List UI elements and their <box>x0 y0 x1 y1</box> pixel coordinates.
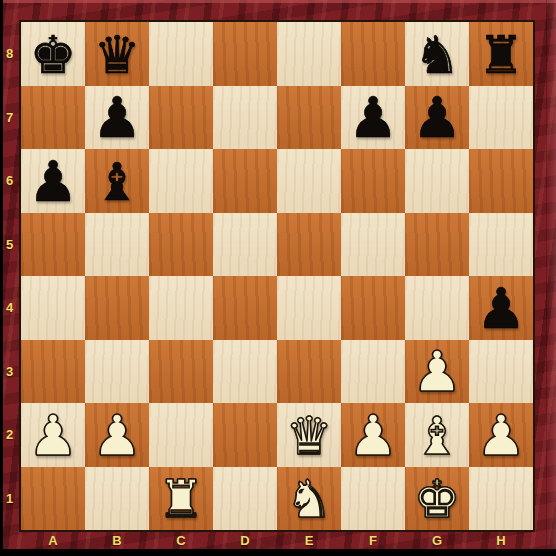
white-rook[interactable]: ♜ <box>158 473 205 525</box>
square-b7[interactable]: ♟ <box>85 86 149 150</box>
square-e5[interactable] <box>277 213 341 277</box>
square-b6[interactable]: ♝ <box>85 149 149 213</box>
file-label-d: D <box>240 533 249 548</box>
square-e1[interactable]: ♞ <box>277 467 341 531</box>
square-d8[interactable] <box>213 22 277 86</box>
square-f5[interactable] <box>341 213 405 277</box>
square-f4[interactable] <box>341 276 405 340</box>
square-f3[interactable] <box>341 340 405 404</box>
white-pawn[interactable]: ♟ <box>92 408 142 464</box>
square-g7[interactable]: ♟ <box>405 86 469 150</box>
square-f7[interactable]: ♟ <box>341 86 405 150</box>
square-g6[interactable] <box>405 149 469 213</box>
black-pawn[interactable]: ♟ <box>412 90 462 146</box>
square-h1[interactable] <box>469 467 533 531</box>
square-e4[interactable] <box>277 276 341 340</box>
square-h3[interactable] <box>469 340 533 404</box>
square-c2[interactable] <box>149 403 213 467</box>
white-king[interactable]: ♚ <box>414 473 461 525</box>
rank-label-1: 1 <box>6 491 13 506</box>
white-pawn[interactable]: ♟ <box>28 408 78 464</box>
square-d6[interactable] <box>213 149 277 213</box>
square-d4[interactable] <box>213 276 277 340</box>
rank-label-7: 7 <box>6 110 13 125</box>
square-h4[interactable]: ♟ <box>469 276 533 340</box>
black-knight[interactable]: ♞ <box>414 29 461 81</box>
file-label-a: A <box>48 533 57 548</box>
square-b2[interactable]: ♟ <box>85 403 149 467</box>
square-g8[interactable]: ♞ <box>405 22 469 86</box>
square-g3[interactable]: ♟ <box>405 340 469 404</box>
square-d1[interactable] <box>213 467 277 531</box>
black-pawn[interactable]: ♟ <box>28 154 78 210</box>
black-queen[interactable]: ♛ <box>94 29 141 81</box>
frame-bottom-edge <box>0 549 556 556</box>
square-e7[interactable] <box>277 86 341 150</box>
square-a5[interactable] <box>21 213 85 277</box>
black-king[interactable]: ♚ <box>30 29 77 81</box>
square-f2[interactable]: ♟ <box>341 403 405 467</box>
chess-board: ♚♛♞♜♟♟♟♟♝♟♟♟♟♛♟♝♟♜♞♚ <box>19 20 535 532</box>
square-g5[interactable] <box>405 213 469 277</box>
square-c5[interactable] <box>149 213 213 277</box>
frame-right-highlight <box>546 0 556 556</box>
square-c4[interactable] <box>149 276 213 340</box>
file-labels: ABCDEFGH <box>21 532 533 549</box>
square-c8[interactable] <box>149 22 213 86</box>
square-f1[interactable] <box>341 467 405 531</box>
file-label-e: E <box>305 533 314 548</box>
square-e6[interactable] <box>277 149 341 213</box>
square-a7[interactable] <box>21 86 85 150</box>
rank-label-4: 4 <box>6 300 13 315</box>
black-pawn[interactable]: ♟ <box>348 90 398 146</box>
square-a8[interactable]: ♚ <box>21 22 85 86</box>
file-label-f: F <box>369 533 377 548</box>
white-pawn[interactable]: ♟ <box>412 344 462 400</box>
rank-label-2: 2 <box>6 427 13 442</box>
rank-label-3: 3 <box>6 364 13 379</box>
square-e2[interactable]: ♛ <box>277 403 341 467</box>
square-g2[interactable]: ♝ <box>405 403 469 467</box>
square-b8[interactable]: ♛ <box>85 22 149 86</box>
square-d7[interactable] <box>213 86 277 150</box>
square-c3[interactable] <box>149 340 213 404</box>
white-bishop[interactable]: ♝ <box>414 410 461 462</box>
square-c6[interactable] <box>149 149 213 213</box>
rank-labels: 87654321 <box>0 22 19 530</box>
square-a1[interactable] <box>21 467 85 531</box>
square-c7[interactable] <box>149 86 213 150</box>
square-g1[interactable]: ♚ <box>405 467 469 531</box>
square-b3[interactable] <box>85 340 149 404</box>
square-c1[interactable]: ♜ <box>149 467 213 531</box>
white-pawn[interactable]: ♟ <box>348 408 398 464</box>
black-pawn[interactable]: ♟ <box>92 90 142 146</box>
square-b5[interactable] <box>85 213 149 277</box>
square-h5[interactable] <box>469 213 533 277</box>
white-queen[interactable]: ♛ <box>286 410 333 462</box>
square-b4[interactable] <box>85 276 149 340</box>
white-knight[interactable]: ♞ <box>286 473 333 525</box>
square-f8[interactable] <box>341 22 405 86</box>
square-e8[interactable] <box>277 22 341 86</box>
file-label-g: G <box>432 533 442 548</box>
square-f6[interactable] <box>341 149 405 213</box>
file-label-c: C <box>176 533 185 548</box>
square-d5[interactable] <box>213 213 277 277</box>
black-bishop[interactable]: ♝ <box>94 156 141 208</box>
file-label-b: B <box>112 533 121 548</box>
rank-label-6: 6 <box>6 173 13 188</box>
square-h2[interactable]: ♟ <box>469 403 533 467</box>
square-a3[interactable] <box>21 340 85 404</box>
square-h6[interactable] <box>469 149 533 213</box>
rank-label-5: 5 <box>6 237 13 252</box>
board-frame: 87654321 ♚♛♞♜♟♟♟♟♝♟♟♟♟♛♟♝♟♜♞♚ ABCDEFGH <box>0 0 556 556</box>
square-a6[interactable]: ♟ <box>21 149 85 213</box>
white-pawn[interactable]: ♟ <box>476 408 526 464</box>
square-g4[interactable] <box>405 276 469 340</box>
square-e3[interactable] <box>277 340 341 404</box>
square-a2[interactable]: ♟ <box>21 403 85 467</box>
square-h7[interactable] <box>469 86 533 150</box>
black-rook[interactable]: ♜ <box>478 29 525 81</box>
square-d3[interactable] <box>213 340 277 404</box>
square-b1[interactable] <box>85 467 149 531</box>
square-a4[interactable] <box>21 276 85 340</box>
square-d2[interactable] <box>213 403 277 467</box>
black-pawn[interactable]: ♟ <box>476 281 526 337</box>
file-label-h: H <box>496 533 505 548</box>
square-h8[interactable]: ♜ <box>469 22 533 86</box>
rank-label-8: 8 <box>6 46 13 61</box>
